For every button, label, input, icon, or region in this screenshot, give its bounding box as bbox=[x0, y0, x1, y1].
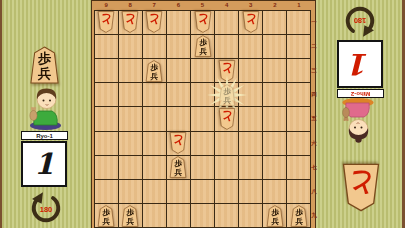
board-cell[interactable] bbox=[119, 83, 142, 106]
board-cell[interactable] bbox=[191, 59, 214, 82]
board-cell[interactable] bbox=[191, 35, 214, 58]
board-cell[interactable] bbox=[263, 132, 286, 155]
board-cell[interactable] bbox=[191, 204, 214, 227]
avatar-ryo bbox=[25, 84, 65, 130]
board-cell[interactable] bbox=[239, 11, 262, 34]
svg-text:兵: 兵 bbox=[37, 65, 52, 81]
board-cell[interactable] bbox=[191, 83, 214, 106]
board-cell[interactable] bbox=[143, 107, 166, 130]
player-name-left-text: Ryo-1 bbox=[36, 133, 53, 139]
board-cell[interactable] bbox=[95, 180, 118, 203]
board-cell[interactable] bbox=[143, 11, 166, 34]
board-cell[interactable] bbox=[191, 107, 214, 130]
file-label: 5 bbox=[190, 1, 214, 10]
board-cell[interactable] bbox=[167, 156, 190, 179]
file-label: 3 bbox=[239, 1, 263, 10]
board-cell[interactable] bbox=[119, 156, 142, 179]
board-cell[interactable] bbox=[167, 35, 190, 58]
avatar-miho bbox=[338, 98, 378, 144]
board-cell[interactable] bbox=[191, 180, 214, 203]
board-cell[interactable] bbox=[287, 180, 310, 203]
board-cell[interactable] bbox=[239, 156, 262, 179]
board-grid[interactable] bbox=[94, 10, 311, 228]
board-cell[interactable] bbox=[239, 132, 262, 155]
board-cell[interactable] bbox=[95, 204, 118, 227]
board-cell[interactable] bbox=[167, 107, 190, 130]
board-cell[interactable] bbox=[239, 83, 262, 106]
board-cell[interactable] bbox=[95, 107, 118, 130]
svg-text:と: と bbox=[347, 168, 375, 199]
board-cell[interactable] bbox=[119, 132, 142, 155]
board-cell[interactable] bbox=[239, 180, 262, 203]
captured-piece-display-tokin: と bbox=[336, 163, 386, 212]
board-cell[interactable] bbox=[215, 132, 238, 155]
board-cell[interactable] bbox=[287, 132, 310, 155]
board-cell[interactable] bbox=[143, 180, 166, 203]
player-name-left: Ryo-1 bbox=[21, 131, 68, 140]
board-cell[interactable] bbox=[215, 180, 238, 203]
board-cell[interactable] bbox=[95, 11, 118, 34]
board-cell[interactable] bbox=[287, 204, 310, 227]
board-cell[interactable] bbox=[119, 59, 142, 82]
player-panel-right: 180 1 Miho-2 と bbox=[316, 0, 405, 228]
board-cell[interactable] bbox=[263, 180, 286, 203]
file-label: 4 bbox=[215, 1, 239, 10]
board-cell[interactable] bbox=[239, 204, 262, 227]
board-cell[interactable] bbox=[167, 204, 190, 227]
file-labels: 987654321 bbox=[94, 1, 311, 10]
board-cell[interactable] bbox=[215, 204, 238, 227]
file-label: 8 bbox=[118, 1, 142, 10]
board-cell[interactable] bbox=[239, 59, 262, 82]
board-cell[interactable] bbox=[143, 156, 166, 179]
board-cell[interactable] bbox=[143, 83, 166, 106]
board-cell[interactable] bbox=[215, 35, 238, 58]
board-cell[interactable] bbox=[287, 107, 310, 130]
board-cell[interactable] bbox=[167, 83, 190, 106]
file-label: 7 bbox=[142, 1, 166, 10]
rotate-180-label: 180 bbox=[341, 15, 379, 24]
board-cell[interactable] bbox=[287, 83, 310, 106]
board-cell[interactable] bbox=[239, 35, 262, 58]
board-cell[interactable] bbox=[287, 59, 310, 82]
rotate-board-button-right[interactable]: 180 bbox=[341, 3, 379, 38]
captured-count-left: 1 bbox=[21, 141, 67, 187]
board-cell[interactable] bbox=[215, 107, 238, 130]
file-label: 1 bbox=[287, 1, 311, 10]
board-cell[interactable] bbox=[239, 107, 262, 130]
game-screen: 987654321 一二三四五六七八九 ととととと歩兵歩兵と歩兵とと歩兵歩兵歩兵… bbox=[0, 0, 405, 228]
board-cell[interactable] bbox=[287, 156, 310, 179]
player-name-right: Miho-2 bbox=[337, 89, 384, 98]
player-name-right-text: Miho-2 bbox=[351, 91, 370, 97]
board-cell[interactable] bbox=[167, 132, 190, 155]
board-cell[interactable] bbox=[167, 11, 190, 34]
board-cell[interactable] bbox=[143, 59, 166, 82]
board-cell[interactable] bbox=[143, 132, 166, 155]
board-cell[interactable] bbox=[191, 132, 214, 155]
board-cell[interactable] bbox=[191, 11, 214, 34]
board-cell[interactable] bbox=[191, 156, 214, 179]
board-cell[interactable] bbox=[143, 35, 166, 58]
board-cell[interactable] bbox=[119, 35, 142, 58]
file-label: 6 bbox=[166, 1, 190, 10]
player-panel-left: 歩兵 Ryo-1 1 bbox=[0, 0, 91, 228]
board-cell[interactable] bbox=[215, 83, 238, 106]
captured-count-left-value: 1 bbox=[34, 147, 54, 181]
board-cell[interactable] bbox=[95, 35, 118, 58]
board-cell[interactable] bbox=[287, 35, 310, 58]
board-cell[interactable] bbox=[119, 107, 142, 130]
board-cell[interactable] bbox=[95, 83, 118, 106]
svg-text:歩: 歩 bbox=[37, 50, 52, 66]
board-cell[interactable] bbox=[167, 180, 190, 203]
captured-piece-display-pawn: 歩兵 bbox=[27, 46, 62, 84]
board-cell[interactable] bbox=[215, 156, 238, 179]
shogi-board: 987654321 一二三四五六七八九 ととととと歩兵歩兵と歩兵とと歩兵歩兵歩兵… bbox=[91, 0, 316, 228]
board-cell[interactable] bbox=[263, 59, 286, 82]
board-cell[interactable] bbox=[167, 59, 190, 82]
captured-count-right-value: 1 bbox=[350, 47, 370, 81]
board-cell[interactable] bbox=[263, 83, 286, 106]
board-cell[interactable] bbox=[263, 156, 286, 179]
file-label: 2 bbox=[263, 1, 287, 10]
captured-count-right: 1 bbox=[337, 40, 383, 88]
board-cell[interactable] bbox=[263, 11, 286, 34]
board-cell[interactable] bbox=[95, 156, 118, 179]
board-cell[interactable] bbox=[263, 107, 286, 130]
board-cell[interactable] bbox=[263, 204, 286, 227]
board-cell[interactable] bbox=[119, 204, 142, 227]
file-label: 9 bbox=[94, 1, 118, 10]
rotate-board-button-left[interactable]: 180 bbox=[27, 191, 65, 226]
board-cell[interactable] bbox=[287, 11, 310, 34]
board-cell[interactable] bbox=[95, 132, 118, 155]
board-cell[interactable] bbox=[215, 11, 238, 34]
board-cell[interactable] bbox=[119, 11, 142, 34]
board-cell[interactable] bbox=[95, 59, 118, 82]
board-cell[interactable] bbox=[263, 35, 286, 58]
rotate-180-label: 180 bbox=[27, 205, 65, 214]
board-cell[interactable] bbox=[215, 59, 238, 82]
board-cell[interactable] bbox=[143, 204, 166, 227]
board-cell[interactable] bbox=[119, 180, 142, 203]
